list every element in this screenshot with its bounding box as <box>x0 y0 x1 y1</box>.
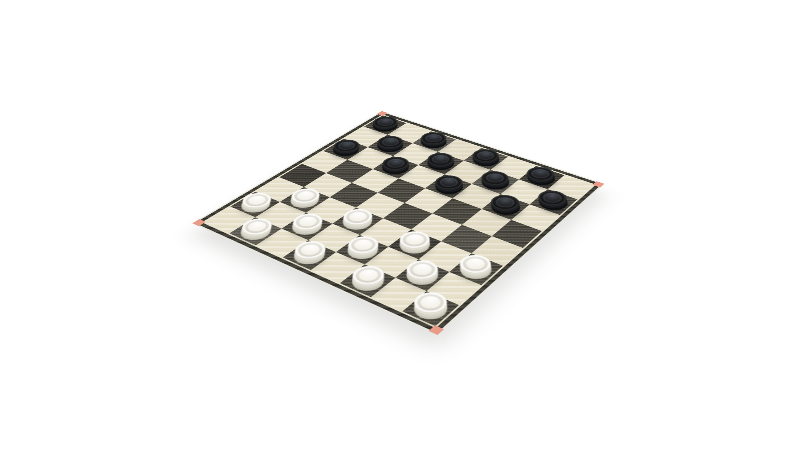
checkers-board: ⛂⛂⛂⛂⛂⛂⛂⛂⛂⛂⛂⛂⛀⛀⛀⛀⛀⛀⛀⛀⛀⛀⛀⛀ <box>195 112 602 333</box>
board-frame: ⛂⛂⛂⛂⛂⛂⛂⛂⛂⛂⛂⛂⛀⛀⛀⛀⛀⛀⛀⛀⛀⛀⛀⛀ <box>202 114 596 328</box>
board-grid: ⛂⛂⛂⛂⛂⛂⛂⛂⛂⛂⛂⛂⛀⛀⛀⛀⛀⛀⛀⛀⛀⛀⛀⛀ <box>204 115 593 326</box>
corner-tab-right <box>592 181 604 187</box>
board-mat: ⛂⛂⛂⛂⛂⛂⛂⛂⛂⛂⛂⛂⛀⛀⛀⛀⛀⛀⛀⛀⛀⛀⛀⛀ <box>195 112 602 333</box>
photo-canvas: ⛂⛂⛂⛂⛂⛂⛂⛂⛂⛂⛂⛂⛀⛀⛀⛀⛀⛀⛀⛀⛀⛀⛀⛀ <box>0 0 800 450</box>
corner-tab-near <box>429 325 444 335</box>
corner-tab-left <box>192 219 205 226</box>
